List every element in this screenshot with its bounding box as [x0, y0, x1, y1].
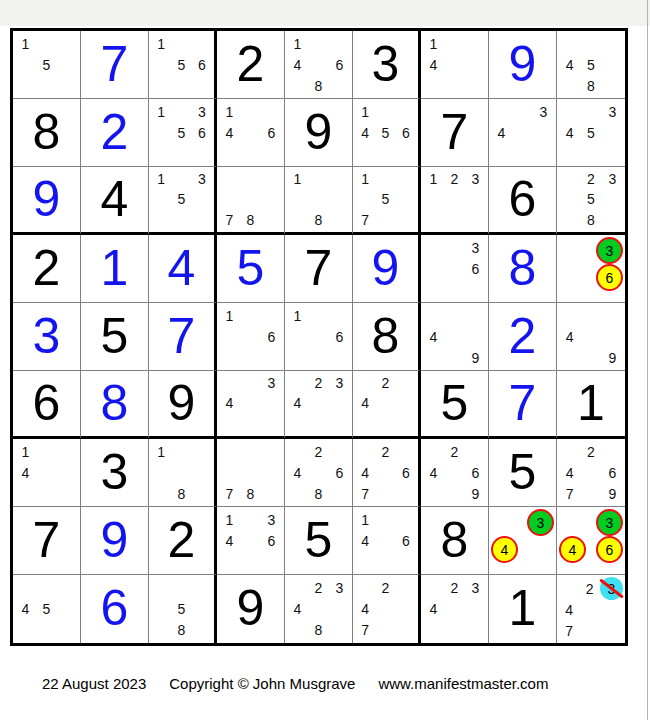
- candidate-pos-6: 6: [396, 534, 416, 548]
- candidate-pos-2: 2: [308, 445, 329, 459]
- cell-r7c2[interactable]: 3: [81, 439, 149, 507]
- candidate-pos-4: 4: [355, 126, 375, 140]
- candidate-pos-3: 3: [465, 172, 486, 186]
- given-digit: 5: [509, 447, 537, 497]
- cell-r4c5[interactable]: 7: [285, 235, 353, 303]
- candidate: 4: [430, 330, 438, 344]
- given-digit: 9: [168, 378, 196, 428]
- candidate-mark-green: 3: [527, 509, 554, 536]
- candidate: 4: [22, 602, 30, 616]
- candidate: 4: [361, 602, 369, 616]
- candidate-pos-7: 7: [355, 213, 375, 227]
- candidate: 1: [294, 172, 302, 186]
- candidate-pos-5: 5: [36, 602, 57, 616]
- cell-r9c1[interactable]: 45: [13, 575, 81, 643]
- candidate: 5: [587, 126, 595, 140]
- solved-digit: 9: [372, 243, 400, 293]
- candidate-pos-7: 7: [355, 623, 375, 637]
- cell-r9c4[interactable]: 9: [217, 575, 285, 643]
- given-digit: 6: [33, 378, 61, 428]
- candidate-pos-3: 3: [596, 509, 623, 536]
- candidate: 1: [430, 37, 438, 51]
- candidate-pos-4: 4: [355, 534, 375, 548]
- cell-r6c9[interactable]: 1: [557, 371, 625, 439]
- candidate-pos-1: 1: [287, 37, 308, 51]
- cell-r4c4[interactable]: 5: [217, 235, 285, 303]
- candidate-pos-6: 6: [261, 534, 282, 548]
- given-digit: 8: [33, 107, 61, 157]
- candidate-pos-4: 4: [219, 396, 240, 410]
- candidate-pos-3: 3: [602, 172, 623, 186]
- given-digit: 2: [168, 515, 196, 565]
- candidate: 2: [451, 581, 459, 595]
- candidate: 5: [43, 602, 51, 616]
- candidate-pos-1: 1: [355, 172, 375, 186]
- candidate-pos-2: 2: [580, 582, 601, 596]
- candidate-pos-1: 1: [151, 172, 171, 186]
- cell-r8c9[interactable]: 346: [557, 507, 625, 575]
- cell-r6c7[interactable]: 5: [421, 371, 489, 439]
- candidate: 9: [472, 487, 480, 501]
- candidate-mark-yellow: 6: [596, 264, 623, 291]
- candidate-pos-2: 2: [444, 445, 465, 459]
- candidate-pos-4: 4: [491, 536, 518, 563]
- window-right-edge: [647, 0, 648, 720]
- candidate: 4: [294, 466, 302, 480]
- candidate-pos-3: 3: [192, 105, 212, 119]
- candidate: 1: [22, 445, 30, 459]
- cell-r1c7[interactable]: 14: [421, 31, 489, 99]
- candidate-pos-3: 3: [465, 581, 486, 595]
- candidate: 6: [472, 262, 480, 276]
- cell-r6c1[interactable]: 6: [13, 371, 81, 439]
- cell-r7c1[interactable]: 14: [13, 439, 81, 507]
- cell-r3c4[interactable]: 78: [217, 167, 285, 235]
- candidate: 1: [157, 37, 165, 51]
- cell-r6c8[interactable]: 7: [489, 371, 557, 439]
- candidate: 4: [294, 58, 302, 72]
- candidate-pos-2: 2: [308, 581, 329, 595]
- candidate: 1: [157, 445, 165, 459]
- candidate-pos-7: 7: [559, 624, 580, 638]
- candidate-pos-6: 6: [602, 466, 623, 480]
- candidate-pos-7: 7: [219, 487, 240, 501]
- candidate: 7: [361, 487, 369, 501]
- candidate: 4: [361, 466, 369, 480]
- candidate-pos-2: 2: [444, 172, 465, 186]
- cell-r3c6[interactable]: 157: [353, 167, 421, 235]
- solved-digit: 9: [509, 39, 537, 89]
- candidate-pos-5: 5: [580, 126, 601, 140]
- cell-r2c3[interactable]: 1356: [149, 99, 217, 167]
- candidate: 4: [22, 466, 30, 480]
- candidate-pos-6: 6: [261, 330, 282, 344]
- cell-r3c1[interactable]: 9: [13, 167, 81, 235]
- cell-r8c6[interactable]: 146: [353, 507, 421, 575]
- candidate: 4: [566, 58, 574, 72]
- cell-r1c3[interactable]: 156: [149, 31, 217, 99]
- cell-r2c2[interactable]: 2: [81, 99, 149, 167]
- candidate: 5: [178, 126, 186, 140]
- candidate: 8: [247, 213, 255, 227]
- candidate-pos-4: 4: [559, 330, 580, 344]
- cell-r3c5[interactable]: 18: [285, 167, 353, 235]
- candidate-pos-2: 2: [580, 172, 601, 186]
- candidate-pos-4: 4: [15, 466, 36, 480]
- candidate-pos-2: 2: [444, 581, 465, 595]
- candidate-pos-1: 1: [287, 309, 308, 323]
- solved-digit: 8: [509, 243, 537, 293]
- given-digit: 2: [237, 39, 265, 89]
- cell-r9c8[interactable]: 1: [489, 575, 557, 643]
- cell-r5c2[interactable]: 5: [81, 303, 149, 371]
- candidate: 5: [587, 192, 595, 206]
- candidate-pos-6: 6: [192, 58, 212, 72]
- cell-r3c7[interactable]: 123: [421, 167, 489, 235]
- candidate: 9: [472, 351, 480, 365]
- candidate-pos-2: 2: [375, 376, 395, 390]
- candidate: 3: [198, 105, 206, 119]
- candidate: 1: [361, 513, 369, 527]
- candidate-pos-3: 3: [533, 105, 554, 119]
- cell-r3c3[interactable]: 135: [149, 167, 217, 235]
- candidate: 5: [587, 58, 595, 72]
- given-digit: 9: [305, 107, 333, 157]
- candidate: 8: [247, 487, 255, 501]
- candidate: 8: [315, 213, 323, 227]
- cell-r4c7[interactable]: 36: [421, 235, 489, 303]
- candidate: 5: [382, 192, 390, 206]
- candidate-pos-1: 1: [355, 105, 375, 119]
- candidate: 6: [402, 534, 410, 548]
- candidate-pos-1: 1: [151, 37, 171, 51]
- candidate-pos-7: 7: [219, 213, 240, 227]
- cell-r9c3[interactable]: 58: [149, 575, 217, 643]
- candidate: 5: [43, 58, 51, 72]
- candidate: 3: [198, 172, 206, 186]
- top-band: [0, 0, 650, 26]
- cell-r2c5[interactable]: 9: [285, 99, 353, 167]
- candidate-pos-7: 7: [355, 487, 375, 501]
- candidate-pos-5: 5: [580, 58, 601, 72]
- candidate: 7: [226, 487, 234, 501]
- solved-digit: 8: [101, 378, 129, 428]
- cell-r9c9[interactable]: 2347: [557, 575, 625, 643]
- candidate-pos-4: 4: [355, 396, 375, 410]
- candidate-pos-8: 8: [171, 487, 191, 501]
- cell-r2c1[interactable]: 8: [13, 99, 81, 167]
- candidate-pos-2: 2: [580, 445, 601, 459]
- cell-r8c8[interactable]: 34: [489, 507, 557, 575]
- given-digit: 7: [33, 515, 61, 565]
- candidate-pos-4: 4: [423, 466, 444, 480]
- candidate-pos-6: 6: [329, 58, 350, 72]
- candidate: 8: [587, 213, 595, 227]
- candidate-pos-5: 5: [580, 192, 601, 206]
- candidate: 3: [472, 241, 480, 255]
- candidate: 8: [315, 79, 323, 93]
- cell-r5c1[interactable]: 3: [13, 303, 81, 371]
- candidate: 4: [361, 534, 369, 548]
- candidate: 3: [472, 581, 480, 595]
- candidate-pos-3: 3: [596, 237, 623, 264]
- candidate-pos-2: 2: [375, 581, 395, 595]
- cell-r8c1[interactable]: 7: [13, 507, 81, 575]
- candidate-pos-9: 9: [465, 487, 486, 501]
- cell-r7c7[interactable]: 2469: [421, 439, 489, 507]
- candidate-pos-8: 8: [308, 79, 329, 93]
- candidate-pos-1: 1: [287, 172, 308, 186]
- cell-r2c8[interactable]: 34: [489, 99, 557, 167]
- candidate: 4: [566, 466, 574, 480]
- candidate: 4: [565, 603, 573, 617]
- cell-r6c5[interactable]: 234: [285, 371, 353, 439]
- candidate: 4: [498, 126, 506, 140]
- candidate: 2: [315, 581, 323, 595]
- cell-r4c9[interactable]: 36: [557, 235, 625, 303]
- cell-r6c2[interactable]: 8: [81, 371, 149, 439]
- candidate: 7: [566, 487, 574, 501]
- candidate-pos-5: 5: [36, 58, 57, 72]
- candidate: 7: [361, 213, 369, 227]
- candidate-pos-5: 5: [171, 192, 191, 206]
- candidate: 4: [226, 396, 234, 410]
- candidate-pos-5: 5: [171, 126, 191, 140]
- candidate: 6: [336, 330, 344, 344]
- candidate: 6: [608, 466, 616, 480]
- candidate: 1: [361, 105, 369, 119]
- cell-r7c4[interactable]: 78: [217, 439, 285, 507]
- cell-r7c3[interactable]: 18: [149, 439, 217, 507]
- cell-r8c7[interactable]: 8: [421, 507, 489, 575]
- cell-r3c8[interactable]: 6: [489, 167, 557, 235]
- candidate: 1: [361, 172, 369, 186]
- candidate-pos-3: 3: [329, 581, 350, 595]
- candidate-pos-4: 4: [559, 603, 580, 617]
- candidate: 3: [472, 172, 480, 186]
- candidate: 4: [566, 330, 574, 344]
- candidate: 3: [608, 105, 616, 119]
- candidate-pos-6: 6: [396, 466, 416, 480]
- given-digit: 1: [509, 583, 537, 633]
- cell-r4c8[interactable]: 8: [489, 235, 557, 303]
- cell-r8c5[interactable]: 5: [285, 507, 353, 575]
- candidate-pos-1: 1: [15, 445, 36, 459]
- caption: 22 August 2023 Copyright © John Musgrave…: [42, 675, 548, 692]
- cell-r5c7[interactable]: 49: [421, 303, 489, 371]
- candidate: 2: [382, 376, 390, 390]
- cell-r4c2[interactable]: 1: [81, 235, 149, 303]
- candidate-mark-green: 3: [596, 237, 623, 264]
- candidate-mark-green: 3: [596, 509, 623, 536]
- cell-r2c4[interactable]: 146: [217, 99, 285, 167]
- solved-digit: 7: [101, 39, 129, 89]
- candidate-pos-6: 6: [261, 126, 282, 140]
- candidate-pos-1: 1: [423, 172, 444, 186]
- candidate-pos-9: 9: [602, 351, 623, 365]
- cell-r9c5[interactable]: 2348: [285, 575, 353, 643]
- cell-r9c2[interactable]: 6: [81, 575, 149, 643]
- candidate: 4: [361, 126, 369, 140]
- given-digit: 5: [101, 311, 129, 361]
- candidate: 6: [402, 126, 410, 140]
- given-digit: 1: [577, 378, 605, 428]
- sudoku-board: 1571562146831494588213561469145673434594…: [10, 28, 628, 646]
- cell-r7c9[interactable]: 24679: [557, 439, 625, 507]
- candidate: 5: [382, 126, 390, 140]
- cell-r5c3[interactable]: 7: [149, 303, 217, 371]
- cell-r6c6[interactable]: 24: [353, 371, 421, 439]
- candidate-pos-3: 3: [600, 577, 623, 600]
- candidate-pos-8: 8: [308, 623, 329, 637]
- candidate-pos-7: 7: [559, 487, 580, 501]
- cell-r5c5[interactable]: 16: [285, 303, 353, 371]
- candidate: 1: [294, 37, 302, 51]
- cell-r6c4[interactable]: 34: [217, 371, 285, 439]
- solved-digit: 7: [168, 311, 196, 361]
- cell-r1c5[interactable]: 1468: [285, 31, 353, 99]
- cell-r3c2[interactable]: 4: [81, 167, 149, 235]
- candidate-pos-5: 5: [171, 58, 191, 72]
- solved-digit: 1: [101, 243, 129, 293]
- candidate-pos-4: 4: [219, 126, 240, 140]
- cell-r4c3[interactable]: 4: [149, 235, 217, 303]
- candidate-mark-yellow: 6: [596, 536, 623, 563]
- candidate-pos-3: 3: [261, 376, 282, 390]
- candidate: 1: [226, 309, 234, 323]
- candidate-pos-1: 1: [355, 513, 375, 527]
- cell-r8c4[interactable]: 1346: [217, 507, 285, 575]
- candidate: 2: [587, 172, 595, 186]
- cell-r2c7[interactable]: 7: [421, 99, 489, 167]
- candidate: 3: [608, 172, 616, 186]
- candidate-pos-4: 4: [287, 466, 308, 480]
- candidate: 2: [587, 445, 595, 459]
- candidate: 4: [294, 602, 302, 616]
- cell-r7c8[interactable]: 5: [489, 439, 557, 507]
- candidate: 3: [540, 105, 548, 119]
- candidate-pos-4: 4: [423, 330, 444, 344]
- candidate-pos-1: 1: [151, 105, 171, 119]
- candidate: 8: [315, 623, 323, 637]
- candidate: 2: [451, 445, 459, 459]
- cell-r5c6[interactable]: 8: [353, 303, 421, 371]
- candidate: 3: [336, 581, 344, 595]
- candidate-pos-1: 1: [219, 513, 240, 527]
- cell-r8c2[interactable]: 9: [81, 507, 149, 575]
- given-digit: 8: [441, 515, 469, 565]
- given-digit: 7: [441, 107, 469, 157]
- cell-r4c1[interactable]: 2: [13, 235, 81, 303]
- candidate-pos-1: 1: [219, 309, 240, 323]
- solved-digit: 7: [509, 378, 537, 428]
- candidate-mark-yellow: 4: [491, 536, 518, 563]
- candidate: 6: [268, 534, 276, 548]
- candidate: 6: [268, 330, 276, 344]
- solved-digit: 3: [33, 311, 61, 361]
- candidate: 8: [178, 623, 186, 637]
- cell-r7c5[interactable]: 2468: [285, 439, 353, 507]
- candidate-pos-5: 5: [375, 192, 395, 206]
- candidate: 9: [608, 351, 616, 365]
- candidate-pos-9: 9: [465, 351, 486, 365]
- cell-r1c9[interactable]: 458: [557, 31, 625, 99]
- candidate-pos-6: 6: [192, 126, 212, 140]
- candidate: 6: [198, 126, 206, 140]
- cell-r9c7[interactable]: 234: [421, 575, 489, 643]
- candidate: 4: [430, 58, 438, 72]
- candidate-pos-8: 8: [580, 79, 601, 93]
- solved-digit: 9: [33, 174, 61, 224]
- cell-r5c9[interactable]: 49: [557, 303, 625, 371]
- candidate: 3: [268, 376, 276, 390]
- solved-digit: 5: [237, 243, 265, 293]
- candidate-pos-3: 3: [329, 376, 350, 390]
- cell-r1c8[interactable]: 9: [489, 31, 557, 99]
- given-digit: 3: [372, 39, 400, 89]
- candidate: 6: [336, 58, 344, 72]
- candidate: 1: [157, 172, 165, 186]
- cell-r6c3[interactable]: 9: [149, 371, 217, 439]
- candidate: 4: [226, 534, 234, 548]
- solved-digit: 6: [101, 583, 129, 633]
- cell-r8c3[interactable]: 2: [149, 507, 217, 575]
- candidate: 6: [268, 126, 276, 140]
- cell-r1c2[interactable]: 7: [81, 31, 149, 99]
- candidate: 1: [22, 37, 30, 51]
- candidate: 5: [178, 58, 186, 72]
- cell-r3c9[interactable]: 2358: [557, 167, 625, 235]
- candidate: 5: [178, 602, 186, 616]
- cell-r7c6[interactable]: 2467: [353, 439, 421, 507]
- candidate-pos-8: 8: [308, 213, 329, 227]
- candidate-pos-4: 4: [219, 534, 240, 548]
- candidate-pos-1: 1: [151, 445, 171, 459]
- candidate-pos-1: 1: [15, 37, 36, 51]
- candidate: 1: [226, 513, 234, 527]
- cell-r5c8[interactable]: 2: [489, 303, 557, 371]
- cell-r2c6[interactable]: 1456: [353, 99, 421, 167]
- candidate: 2: [586, 582, 594, 596]
- candidate-pos-6: 6: [396, 126, 416, 140]
- candidate-pos-5: 5: [171, 602, 191, 616]
- candidate: 2: [382, 581, 390, 595]
- cell-r1c1[interactable]: 15: [13, 31, 81, 99]
- candidate-pos-6: 6: [465, 466, 486, 480]
- cell-r1c4[interactable]: 2: [217, 31, 285, 99]
- cell-r2c9[interactable]: 345: [557, 99, 625, 167]
- candidate: 4: [294, 396, 302, 410]
- given-digit: 6: [509, 174, 537, 224]
- candidate-pos-1: 1: [219, 105, 240, 119]
- given-digit: 7: [305, 243, 333, 293]
- cell-r5c4[interactable]: 16: [217, 303, 285, 371]
- candidate-pos-4: 4: [559, 126, 580, 140]
- solved-digit: 2: [509, 311, 537, 361]
- cell-r4c6[interactable]: 9: [353, 235, 421, 303]
- candidate-pos-3: 3: [261, 513, 282, 527]
- cell-r9c6[interactable]: 247: [353, 575, 421, 643]
- candidate: 3: [268, 513, 276, 527]
- solved-digit: 2: [101, 107, 129, 157]
- candidate-pos-6: 6: [329, 330, 350, 344]
- given-digit: 4: [101, 174, 129, 224]
- candidate-pos-4: 4: [287, 58, 308, 72]
- solved-digit: 9: [101, 515, 129, 565]
- given-digit: 2: [33, 243, 61, 293]
- cell-r1c6[interactable]: 3: [353, 31, 421, 99]
- candidate-pos-4: 4: [15, 602, 36, 616]
